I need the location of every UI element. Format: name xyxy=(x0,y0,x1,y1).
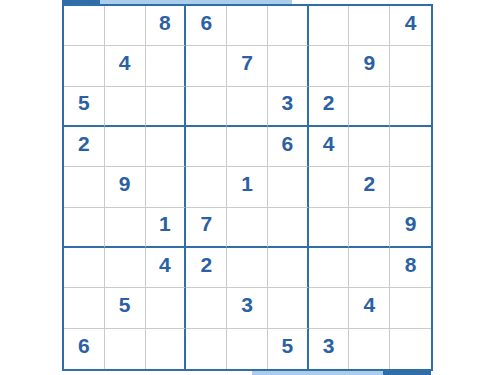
cell-r2c8[interactable]: 9 xyxy=(349,46,390,86)
cell-r6c7[interactable] xyxy=(309,208,350,248)
cutoff-bottom-highlighted-row xyxy=(252,371,383,375)
cell-r2c4[interactable] xyxy=(186,46,227,86)
cell-r7c2[interactable] xyxy=(105,248,146,288)
cell-r3c2[interactable] xyxy=(105,87,146,127)
sudoku-app: 864479532264912179428534653 xyxy=(0,0,500,375)
cell-r9c5[interactable] xyxy=(227,329,268,369)
cell-r9c7[interactable]: 3 xyxy=(309,329,350,369)
cell-r9c3[interactable] xyxy=(146,329,187,369)
cell-r1c9[interactable]: 4 xyxy=(390,6,431,46)
cell-r9c4[interactable] xyxy=(186,329,227,369)
cell-r6c9[interactable]: 9 xyxy=(390,208,431,248)
cell-r7c1[interactable] xyxy=(64,248,105,288)
cell-r2c6[interactable] xyxy=(268,46,309,86)
cell-r3c7[interactable]: 2 xyxy=(309,87,350,127)
cell-r4c2[interactable] xyxy=(105,127,146,167)
cell-r3c8[interactable] xyxy=(349,87,390,127)
cell-r6c5[interactable] xyxy=(227,208,268,248)
cell-r5c5[interactable]: 1 xyxy=(227,167,268,207)
cell-r6c3[interactable]: 1 xyxy=(146,208,187,248)
cell-r1c6[interactable] xyxy=(268,6,309,46)
cell-r1c1[interactable] xyxy=(64,6,105,46)
cell-r7c7[interactable] xyxy=(309,248,350,288)
cell-r1c2[interactable] xyxy=(105,6,146,46)
cell-r9c9[interactable] xyxy=(390,329,431,369)
cell-r2c5[interactable]: 7 xyxy=(227,46,268,86)
cell-r8c1[interactable] xyxy=(64,288,105,328)
cell-r4c3[interactable] xyxy=(146,127,187,167)
cell-r5c4[interactable] xyxy=(186,167,227,207)
cell-r7c9[interactable]: 8 xyxy=(390,248,431,288)
cell-r6c4[interactable]: 7 xyxy=(186,208,227,248)
cell-r1c7[interactable] xyxy=(309,6,350,46)
cell-r3c9[interactable] xyxy=(390,87,431,127)
cell-r9c1[interactable]: 6 xyxy=(64,329,105,369)
cell-r1c3[interactable]: 8 xyxy=(146,6,187,46)
cutoff-bottom-selected-cell xyxy=(383,371,431,375)
cell-r1c8[interactable] xyxy=(349,6,390,46)
cell-r5c9[interactable] xyxy=(390,167,431,207)
cell-r5c2[interactable]: 9 xyxy=(105,167,146,207)
cell-r3c4[interactable] xyxy=(186,87,227,127)
cell-r7c5[interactable] xyxy=(227,248,268,288)
cell-r4c4[interactable] xyxy=(186,127,227,167)
cell-r2c7[interactable] xyxy=(309,46,350,86)
cell-r1c5[interactable] xyxy=(227,6,268,46)
cell-r8c9[interactable] xyxy=(390,288,431,328)
cell-r4c7[interactable]: 4 xyxy=(309,127,350,167)
cell-r5c1[interactable] xyxy=(64,167,105,207)
cell-r3c5[interactable] xyxy=(227,87,268,127)
cell-r8c3[interactable] xyxy=(146,288,187,328)
cell-r8c2[interactable]: 5 xyxy=(105,288,146,328)
cell-r7c3[interactable]: 4 xyxy=(146,248,187,288)
cell-r4c8[interactable] xyxy=(349,127,390,167)
cell-r5c7[interactable] xyxy=(309,167,350,207)
cell-r6c2[interactable] xyxy=(105,208,146,248)
cell-r6c6[interactable] xyxy=(268,208,309,248)
cell-r8c7[interactable] xyxy=(309,288,350,328)
cell-r2c2[interactable]: 4 xyxy=(105,46,146,86)
cell-r9c8[interactable] xyxy=(349,329,390,369)
cell-r8c8[interactable]: 4 xyxy=(349,288,390,328)
cell-r9c2[interactable] xyxy=(105,329,146,369)
cell-r5c6[interactable] xyxy=(268,167,309,207)
cell-r7c4[interactable]: 2 xyxy=(186,248,227,288)
cell-r9c6[interactable]: 5 xyxy=(268,329,309,369)
cell-r3c1[interactable]: 5 xyxy=(64,87,105,127)
cell-r7c8[interactable] xyxy=(349,248,390,288)
cell-r2c3[interactable] xyxy=(146,46,187,86)
cell-r3c6[interactable]: 3 xyxy=(268,87,309,127)
cell-r2c9[interactable] xyxy=(390,46,431,86)
cell-r1c4[interactable]: 6 xyxy=(186,6,227,46)
cell-r8c6[interactable] xyxy=(268,288,309,328)
cell-r5c3[interactable] xyxy=(146,167,187,207)
cell-r4c1[interactable]: 2 xyxy=(64,127,105,167)
cell-r2c1[interactable] xyxy=(64,46,105,86)
cell-r8c5[interactable]: 3 xyxy=(227,288,268,328)
cell-r6c1[interactable] xyxy=(64,208,105,248)
cell-r6c8[interactable] xyxy=(349,208,390,248)
cell-r4c5[interactable] xyxy=(227,127,268,167)
cell-r7c6[interactable] xyxy=(268,248,309,288)
cell-r8c4[interactable] xyxy=(186,288,227,328)
cell-r4c9[interactable] xyxy=(390,127,431,167)
cell-r4c6[interactable]: 6 xyxy=(268,127,309,167)
cell-r3c3[interactable] xyxy=(146,87,187,127)
sudoku-board: 864479532264912179428534653 xyxy=(62,4,433,371)
cell-r5c8[interactable]: 2 xyxy=(349,167,390,207)
